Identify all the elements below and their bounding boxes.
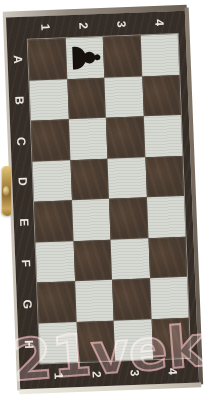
square-D1	[32, 160, 71, 202]
square-D3	[107, 157, 146, 199]
bottom-number-strip: 1234	[39, 359, 192, 389]
black-pawn: ♟	[64, 38, 106, 77]
square-E4	[146, 196, 185, 238]
square-C3	[106, 116, 145, 158]
bottom-coord-1: 1	[46, 356, 71, 395]
square-B3	[104, 76, 143, 118]
square-A3	[103, 35, 142, 77]
board-grid: ♟	[27, 33, 191, 365]
square-F1	[36, 241, 75, 283]
board-face: 1234 ABCDEFGH ♟ 1234	[6, 11, 199, 390]
square-F4	[148, 236, 187, 278]
square-B1	[29, 79, 68, 121]
square-C4	[143, 115, 182, 157]
bottom-coord-2: 2	[84, 355, 109, 394]
square-G4	[150, 277, 189, 319]
bottom-coord-4: 4	[160, 352, 185, 391]
square-B2	[67, 77, 106, 119]
square-B4	[142, 74, 181, 116]
square-E1	[34, 200, 73, 242]
square-E2	[72, 199, 111, 241]
bottom-coord-3: 3	[122, 353, 147, 392]
square-A1	[28, 38, 67, 80]
square-G3	[112, 278, 151, 320]
square-G2	[75, 280, 114, 322]
square-A2: ♟	[65, 37, 104, 79]
brass-clasp	[1, 166, 11, 216]
square-F2	[73, 239, 112, 281]
square-C2	[68, 118, 107, 160]
square-A4	[140, 34, 179, 76]
square-C1	[31, 119, 70, 161]
square-F3	[111, 238, 150, 280]
product-photo: 1234 ABCDEFGH ♟ 1234 21vek.by	[0, 0, 209, 400]
square-G1	[37, 281, 76, 323]
chess-box: 1234 ABCDEFGH ♟ 1234	[3, 5, 204, 395]
square-D4	[145, 155, 184, 197]
square-E3	[109, 197, 148, 239]
square-D2	[70, 158, 109, 200]
